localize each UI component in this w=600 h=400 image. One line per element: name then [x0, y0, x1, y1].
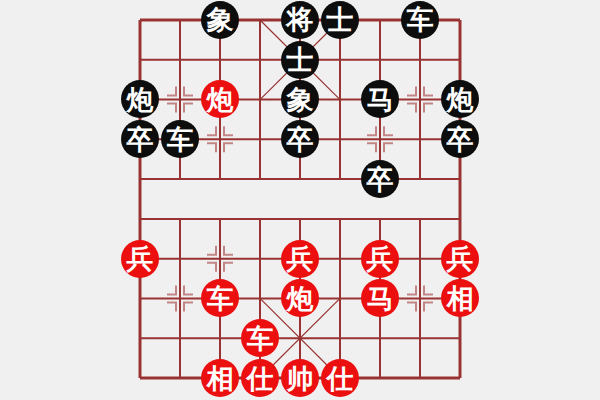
piece-black-chariot[interactable]: 车 [161, 120, 199, 158]
board-cell [400, 159, 440, 199]
piece-black-cannon[interactable]: 炮 [441, 80, 479, 118]
board-cell: 仕 [320, 358, 360, 398]
piece-black-advisor[interactable]: 士 [281, 41, 319, 79]
board-cell: 帅 [280, 358, 320, 398]
board-cell [120, 159, 160, 199]
board-cell [200, 318, 240, 358]
board-cell: 士 [320, 0, 360, 40]
board-cell [200, 40, 240, 80]
board-cell [280, 318, 320, 358]
piece-red-cannon[interactable]: 炮 [281, 279, 319, 317]
board-cell [360, 318, 400, 358]
board-cell [400, 199, 440, 239]
board-cell: 卒 [280, 119, 320, 159]
board-cell [160, 80, 200, 120]
board-cell: 兵 [120, 239, 160, 279]
board-cell [240, 40, 280, 80]
board-cell [360, 119, 400, 159]
board-cell [440, 159, 480, 199]
board-cell [120, 279, 160, 319]
board-cell [240, 0, 280, 40]
board-cell [360, 358, 400, 398]
board-cell: 仕 [240, 358, 280, 398]
board-cell [200, 119, 240, 159]
board-cell [160, 239, 200, 279]
board-cell [200, 239, 240, 279]
board-cell: 车 [200, 279, 240, 319]
piece-black-soldier[interactable]: 卒 [121, 120, 159, 158]
board-cell: 卒 [360, 159, 400, 199]
piece-red-soldier[interactable]: 兵 [121, 240, 159, 278]
xiangqi-board: 象将士车士炮炮象马炮卒车卒卒卒兵兵兵兵车炮马相车相仕帅仕 [0, 0, 600, 400]
board-cell [200, 199, 240, 239]
board-cell: 兵 [280, 239, 320, 279]
board-cell [360, 40, 400, 80]
board-cell [320, 119, 360, 159]
board-cell: 炮 [120, 80, 160, 120]
board-cell [160, 358, 200, 398]
board-cell [280, 199, 320, 239]
board-cell: 卒 [120, 119, 160, 159]
board-cell [400, 119, 440, 159]
piece-red-soldier[interactable]: 兵 [281, 240, 319, 278]
piece-red-elephant[interactable]: 相 [441, 279, 479, 317]
piece-red-horse[interactable]: 马 [361, 279, 399, 317]
piece-black-soldier[interactable]: 卒 [281, 120, 319, 158]
board-cell [120, 40, 160, 80]
board-cell [440, 358, 480, 398]
piece-red-elephant[interactable]: 相 [201, 359, 239, 397]
board-cell [240, 279, 280, 319]
board-cell [160, 40, 200, 80]
board-cell [120, 199, 160, 239]
board-cell [400, 239, 440, 279]
board-cell: 相 [440, 279, 480, 319]
board-cell [240, 159, 280, 199]
piece-red-advisor[interactable]: 仕 [241, 359, 279, 397]
board-cell: 将 [280, 0, 320, 40]
board-cell [320, 199, 360, 239]
board-cell [160, 159, 200, 199]
board-cell: 卒 [440, 119, 480, 159]
board-cell [120, 318, 160, 358]
board-cell [160, 318, 200, 358]
board-cell [360, 0, 400, 40]
piece-red-soldier[interactable]: 兵 [361, 240, 399, 278]
board-cell [160, 0, 200, 40]
board-cell: 车 [400, 0, 440, 40]
board-cell: 士 [280, 40, 320, 80]
board-cell [240, 239, 280, 279]
board-cell: 马 [360, 279, 400, 319]
board-cell: 车 [240, 318, 280, 358]
board-grid: 象将士车士炮炮象马炮卒车卒卒卒兵兵兵兵车炮马相车相仕帅仕 [120, 0, 480, 398]
board-cell: 相 [200, 358, 240, 398]
piece-red-cannon[interactable]: 炮 [201, 80, 239, 118]
board-cell: 马 [360, 80, 400, 120]
piece-red-chariot[interactable]: 车 [241, 319, 279, 357]
board-cell [240, 80, 280, 120]
board-cell [120, 358, 160, 398]
board-cell [240, 199, 280, 239]
board-cell [320, 239, 360, 279]
board-cell [160, 199, 200, 239]
board-cell [280, 159, 320, 199]
board-cell: 兵 [440, 239, 480, 279]
board-cell [400, 358, 440, 398]
board-cell [400, 80, 440, 120]
board-cell [320, 80, 360, 120]
piece-red-soldier[interactable]: 兵 [441, 240, 479, 278]
board-cell: 兵 [360, 239, 400, 279]
board-cell [160, 279, 200, 319]
piece-black-horse[interactable]: 马 [361, 80, 399, 118]
board-cell [320, 40, 360, 80]
board-cell [400, 279, 440, 319]
piece-red-general[interactable]: 帅 [281, 359, 319, 397]
board-cell [320, 318, 360, 358]
board-cell [400, 318, 440, 358]
board-cell: 车 [160, 119, 200, 159]
board-cell: 象 [200, 0, 240, 40]
board-cell [360, 199, 400, 239]
piece-black-elephant[interactable]: 象 [281, 80, 319, 118]
board-cell [320, 279, 360, 319]
piece-black-advisor[interactable]: 士 [321, 1, 359, 39]
board-cell [440, 0, 480, 40]
board-cell [440, 40, 480, 80]
board-cell [440, 318, 480, 358]
board-cell: 炮 [280, 279, 320, 319]
piece-red-chariot[interactable]: 车 [201, 279, 239, 317]
board-cell [120, 0, 160, 40]
board-cell: 炮 [200, 80, 240, 120]
piece-black-chariot[interactable]: 车 [401, 1, 439, 39]
board-cell: 象 [280, 80, 320, 120]
board-cell [400, 40, 440, 80]
piece-black-general[interactable]: 将 [281, 1, 319, 39]
board-cell [240, 119, 280, 159]
board-cell [200, 159, 240, 199]
board-cell [320, 159, 360, 199]
piece-black-soldier[interactable]: 卒 [441, 120, 479, 158]
piece-black-elephant[interactable]: 象 [201, 1, 239, 39]
board-cell [440, 199, 480, 239]
piece-red-advisor[interactable]: 仕 [321, 359, 359, 397]
board-cell: 炮 [440, 80, 480, 120]
piece-black-cannon[interactable]: 炮 [121, 80, 159, 118]
piece-black-soldier[interactable]: 卒 [361, 160, 399, 198]
